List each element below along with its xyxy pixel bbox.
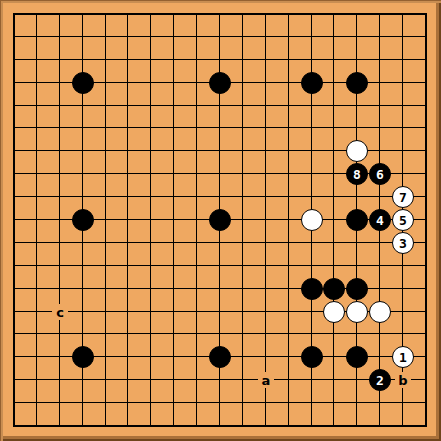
grid-line-vertical: [127, 13, 128, 427]
grid-line-vertical: [59, 13, 60, 427]
black-stone: [209, 209, 231, 231]
grid-line-horizontal: [13, 36, 427, 37]
black-stone: [209, 72, 231, 94]
grid-line-horizontal: [13, 425, 427, 427]
grid-line-vertical: [242, 13, 243, 427]
grid-line-horizontal: [13, 242, 427, 243]
white-stone: [301, 209, 323, 231]
white-stone: [346, 140, 368, 162]
grid-line-horizontal: [13, 265, 427, 266]
grid-line-horizontal: [13, 127, 427, 128]
black-stone: [301, 278, 323, 300]
point-label-b: b: [395, 372, 411, 388]
black-stone: [209, 346, 231, 368]
move-4-black-stone: 4: [369, 209, 391, 231]
white-stone: [346, 301, 368, 323]
grid-line-vertical: [425, 13, 427, 427]
move-6-black-stone: 6: [369, 163, 391, 185]
grid-line-horizontal: [13, 59, 427, 60]
black-stone: [72, 209, 94, 231]
grid-line-vertical: [105, 13, 106, 427]
point-label-c: c: [52, 304, 68, 320]
grid-line-horizontal: [13, 379, 427, 380]
go-board: 12345678abc: [0, 0, 441, 441]
grid-line-vertical: [150, 13, 151, 427]
black-stone: [323, 278, 345, 300]
go-board-diagram: 12345678abc: [0, 0, 441, 441]
grid-line-horizontal: [13, 402, 427, 403]
grid-line-vertical: [36, 13, 37, 427]
black-stone: [301, 346, 323, 368]
move-5-white-stone: 5: [392, 209, 414, 231]
grid-line-vertical: [288, 13, 289, 427]
move-1-white-stone: 1: [392, 346, 414, 368]
move-7-white-stone: 7: [392, 186, 414, 208]
grid-line-horizontal: [13, 333, 427, 334]
grid-line-horizontal: [13, 105, 427, 106]
move-2-black-stone: 2: [369, 369, 391, 391]
grid-line-vertical: [265, 13, 266, 427]
black-stone: [72, 346, 94, 368]
black-stone: [346, 209, 368, 231]
grid-line-vertical: [173, 13, 174, 427]
grid-line-vertical: [333, 13, 334, 427]
grid-line-vertical: [13, 13, 15, 427]
white-stone: [369, 301, 391, 323]
black-stone: [72, 72, 94, 94]
black-stone: [301, 72, 323, 94]
black-stone: [346, 346, 368, 368]
grid-line-horizontal: [13, 196, 427, 197]
move-3-white-stone: 3: [392, 232, 414, 254]
white-stone: [323, 301, 345, 323]
black-stone: [346, 72, 368, 94]
grid-line-horizontal: [13, 13, 427, 15]
grid-line-vertical: [196, 13, 197, 427]
black-stone: [346, 278, 368, 300]
move-8-black-stone: 8: [346, 163, 368, 185]
point-label-a: a: [258, 372, 274, 388]
